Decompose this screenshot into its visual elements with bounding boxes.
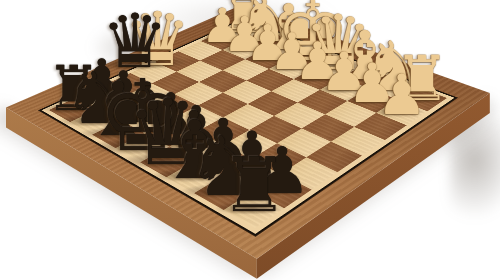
chess-scene: ♜♞♝♛♚♝♞♜♟♟♟♟♟♟♟♟♟♟♟♟♟♟♟♟♜♞♝♛♚♝♞♜♛♛: [0, 0, 500, 280]
board-squares: [49, 22, 447, 228]
board-shadow-right: [450, 120, 500, 220]
board-frame: [6, 5, 490, 259]
